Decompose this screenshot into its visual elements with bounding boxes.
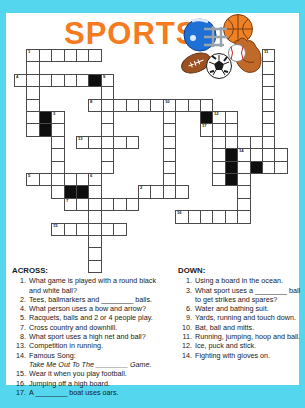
grid-cell[interactable] bbox=[101, 161, 114, 174]
clue-number: 1 bbox=[28, 50, 30, 54]
grid-cell[interactable] bbox=[39, 173, 52, 186]
clue-text: Competition in running. bbox=[29, 341, 162, 350]
across-clue-17: 17.A ________ boat uses oars. bbox=[12, 388, 162, 397]
down-clue-10: 10.Bat, ball and mitts. bbox=[178, 323, 302, 332]
grid-cell[interactable] bbox=[262, 61, 275, 74]
grid-cell[interactable] bbox=[26, 61, 39, 74]
grid-cell[interactable] bbox=[138, 99, 151, 112]
clue-text: What sport uses a high net and ball? bbox=[29, 332, 162, 341]
grid-cell[interactable] bbox=[76, 173, 89, 186]
down-clue-11: 11.Running, jumping, hoop and ball. bbox=[178, 332, 302, 341]
grid-cell[interactable] bbox=[250, 148, 263, 161]
across-clue-1: 1.What game is played with a round black… bbox=[12, 276, 162, 295]
black-cell bbox=[39, 111, 52, 124]
grid-cell[interactable] bbox=[262, 111, 275, 124]
grid-cell[interactable] bbox=[150, 185, 163, 198]
clue-text: Bat, ball and mitts. bbox=[195, 323, 302, 332]
grid-cell[interactable] bbox=[237, 198, 250, 211]
across-clue-16: 16.Jumping off a high board. bbox=[12, 379, 162, 388]
grid-cell[interactable] bbox=[51, 74, 64, 87]
grid-cell[interactable] bbox=[212, 136, 225, 149]
grid-cell[interactable] bbox=[26, 74, 39, 87]
clue-number: 8 bbox=[90, 100, 92, 104]
across-clue-14: 14.Famous Song: bbox=[12, 351, 162, 360]
grid-cell[interactable] bbox=[64, 49, 77, 62]
down-clue-1: 1.Using a board in the ocean. bbox=[178, 276, 302, 285]
grid-cell[interactable] bbox=[101, 148, 114, 161]
clue-number-label: 14. bbox=[178, 351, 195, 360]
clue-number: 7 bbox=[66, 199, 68, 203]
clue-text: Running, jumping, hoop and ball. bbox=[195, 332, 302, 341]
clue-number-label: 9. bbox=[178, 313, 195, 322]
grid-cell[interactable] bbox=[101, 99, 114, 112]
down-header: DOWN: bbox=[178, 266, 302, 275]
grid-cell[interactable] bbox=[225, 111, 238, 124]
grid-cell[interactable] bbox=[76, 198, 89, 211]
clue-number-label: 1. bbox=[178, 276, 195, 285]
clue-number-label: 12. bbox=[178, 341, 195, 350]
grid-cell[interactable] bbox=[101, 111, 114, 124]
grid-cell[interactable]: 1 bbox=[26, 49, 39, 62]
grid-cell[interactable] bbox=[126, 198, 139, 211]
grid-cell[interactable]: 10 bbox=[163, 99, 176, 112]
grid-cell[interactable]: 17 bbox=[200, 123, 213, 136]
grid-cell[interactable] bbox=[163, 161, 176, 174]
clue-number: 2 bbox=[140, 186, 142, 190]
clue-number-label: 15. bbox=[12, 369, 29, 378]
grid-cell[interactable] bbox=[64, 74, 77, 87]
clue-number-label: 14. bbox=[12, 351, 29, 360]
grid-cell[interactable] bbox=[26, 123, 39, 136]
clue-number: 4 bbox=[16, 75, 18, 79]
grid-cell[interactable] bbox=[126, 136, 139, 149]
grid-cell[interactable]: 16 bbox=[175, 210, 188, 223]
clue-number: 14 bbox=[239, 149, 244, 153]
grid-cell[interactable] bbox=[212, 210, 225, 223]
grid-cell[interactable]: 11 bbox=[262, 49, 275, 62]
clue-number-label: 16. bbox=[12, 379, 29, 388]
grid-cell[interactable] bbox=[200, 99, 213, 112]
down-clue-14: 14.Fighting with gloves on. bbox=[178, 351, 302, 360]
clue-number-label: 10. bbox=[178, 323, 195, 332]
clue-number-label: 4. bbox=[12, 304, 29, 313]
clue-text: Cross country and downhill. bbox=[29, 323, 162, 332]
cyan-frame: SPORTS bbox=[0, 0, 305, 408]
grid-cell[interactable] bbox=[88, 185, 101, 198]
grid-cell[interactable] bbox=[225, 123, 238, 136]
grid-cell[interactable] bbox=[225, 136, 238, 149]
across-clue-2: 2.Tees, ballmarkers and ________ balls. bbox=[12, 295, 162, 304]
grid-cell[interactable] bbox=[262, 148, 275, 161]
black-cell bbox=[250, 161, 263, 174]
grid-cell[interactable] bbox=[262, 74, 275, 87]
grid-cell[interactable] bbox=[101, 198, 114, 211]
clue-text: What sport uses a ________ ball to get s… bbox=[195, 286, 302, 305]
across-clues: ACROSS: 1.What game is played with a rou… bbox=[12, 266, 162, 397]
black-cell bbox=[88, 74, 101, 87]
black-cell bbox=[76, 185, 89, 198]
clue-number: 5 bbox=[28, 174, 30, 178]
clue-number-label: 8. bbox=[12, 332, 29, 341]
clue-number-label: 6. bbox=[178, 304, 195, 313]
grid-cell[interactable] bbox=[26, 99, 39, 112]
down-clue-6: 6.Water and bathing suit. bbox=[178, 304, 302, 313]
grid-cell[interactable] bbox=[237, 185, 250, 198]
clue-text: Tees, ballmarkers and ________ balls. bbox=[29, 295, 162, 304]
grid-cell[interactable] bbox=[212, 148, 225, 161]
grid-cell[interactable] bbox=[101, 86, 114, 99]
grid-cell[interactable] bbox=[26, 111, 39, 124]
across-clue-4: 4.What person uses a bow and arrow? bbox=[12, 304, 162, 313]
grid-cell[interactable] bbox=[51, 185, 64, 198]
down-clue-12: 12.Ice, puck and stick. bbox=[178, 341, 302, 350]
grid-cell[interactable] bbox=[88, 198, 101, 211]
grid-cell[interactable] bbox=[274, 148, 287, 161]
clue-number: 17 bbox=[202, 124, 207, 128]
grid-cell[interactable] bbox=[101, 136, 114, 149]
down-clue-3: 3.What sport uses a ________ ball to get… bbox=[178, 286, 302, 305]
clue-text: Wear it when you play football. bbox=[29, 369, 162, 378]
grid-cell[interactable]: 4 bbox=[14, 74, 27, 87]
clue-text: What game is played with a round black a… bbox=[29, 276, 162, 295]
grid-cell[interactable] bbox=[64, 173, 77, 186]
grid-cell[interactable] bbox=[51, 49, 64, 62]
grid-cell[interactable] bbox=[274, 161, 287, 174]
grid-cell[interactable] bbox=[64, 223, 77, 236]
clue-text: Racquets, balls and 2 or 4 people play. bbox=[29, 313, 162, 322]
grid-cell[interactable] bbox=[88, 247, 101, 260]
down-clue-list: 1.Using a board in the ocean.3.What spor… bbox=[178, 276, 302, 360]
clue-text: What person uses a bow and arrow? bbox=[29, 304, 162, 313]
grid-cell[interactable]: 14 bbox=[237, 148, 250, 161]
clue-number-label: 11. bbox=[178, 332, 195, 341]
grid-cell[interactable] bbox=[113, 136, 126, 149]
across-clue-15: 15.Wear it when you play football. bbox=[12, 369, 162, 378]
across-clue-list: 1.What game is played with a round black… bbox=[12, 276, 162, 397]
grid-cell[interactable] bbox=[237, 161, 250, 174]
grid-cell[interactable] bbox=[163, 123, 176, 136]
grid-cell[interactable] bbox=[212, 123, 225, 136]
grid-cell[interactable] bbox=[113, 198, 126, 211]
grid-cell[interactable]: 3 bbox=[51, 111, 64, 124]
clue-text: Ice, puck and stick. bbox=[195, 341, 302, 350]
grid-cell[interactable] bbox=[212, 161, 225, 174]
grid-cell[interactable] bbox=[76, 223, 89, 236]
grid-cell[interactable] bbox=[88, 210, 101, 223]
grid-cell[interactable] bbox=[163, 185, 176, 198]
across-clue-13: 13.Competition in running. bbox=[12, 341, 162, 350]
clue-number: 15 bbox=[53, 224, 58, 228]
grid-cell[interactable] bbox=[175, 99, 188, 112]
grid-cell[interactable] bbox=[51, 123, 64, 136]
clue-number: 12 bbox=[214, 112, 219, 116]
grid-cell[interactable]: 5 bbox=[26, 173, 39, 186]
grid-cell[interactable]: 9 bbox=[101, 74, 114, 87]
grid-cell[interactable] bbox=[39, 74, 52, 87]
sports-clipart bbox=[180, 12, 262, 80]
clue-number: 6 bbox=[90, 174, 92, 178]
grid-cell[interactable] bbox=[88, 235, 101, 248]
clue-number-label: 3. bbox=[178, 286, 195, 305]
grid-cell[interactable] bbox=[200, 210, 213, 223]
grid-cell[interactable] bbox=[237, 136, 250, 149]
grid-cell[interactable] bbox=[262, 123, 275, 136]
grid-cell[interactable] bbox=[51, 136, 64, 149]
grid-cell[interactable] bbox=[262, 136, 275, 149]
grid-cell[interactable] bbox=[188, 99, 201, 112]
clue-text: Jumping off a high board. bbox=[29, 379, 162, 388]
clue-text-line2: Take Me Out To The ________ Game. bbox=[12, 360, 162, 369]
grid-cell[interactable] bbox=[250, 136, 263, 149]
clue-number: 10 bbox=[165, 100, 170, 104]
grid-cell[interactable]: 8 bbox=[88, 99, 101, 112]
clue-number-label: 1. bbox=[12, 276, 29, 295]
across-clue-8: 8.What sport uses a high net and ball? bbox=[12, 332, 162, 341]
grid-cell[interactable] bbox=[101, 123, 114, 136]
clue-text: Water and bathing suit. bbox=[195, 304, 302, 313]
grid-cell[interactable] bbox=[262, 86, 275, 99]
black-cell bbox=[64, 185, 77, 198]
clue-text: Famous Song: bbox=[29, 351, 162, 360]
grid-cell[interactable] bbox=[237, 173, 250, 186]
grid-cell[interactable] bbox=[262, 99, 275, 112]
soccer-ball-icon bbox=[207, 54, 232, 79]
black-cell bbox=[225, 173, 238, 186]
grid-cell[interactable] bbox=[51, 161, 64, 174]
grid-cell[interactable] bbox=[126, 99, 139, 112]
grid-cell[interactable]: 15 bbox=[51, 223, 64, 236]
clue-text: A ________ boat uses oars. bbox=[29, 388, 162, 397]
clue-number: 16 bbox=[177, 211, 182, 215]
clue-number-label: 17. bbox=[12, 388, 29, 397]
black-cell bbox=[225, 161, 238, 174]
grid-cell[interactable] bbox=[262, 161, 275, 174]
page-title: SPORTS bbox=[64, 16, 197, 52]
grid-cell[interactable] bbox=[163, 136, 176, 149]
clue-number: 13 bbox=[78, 137, 83, 141]
baseball-icon bbox=[229, 45, 246, 62]
clue-text: Using a board in the ocean. bbox=[195, 276, 302, 285]
clue-number-label: 5. bbox=[12, 313, 29, 322]
clue-text: Fighting with gloves on. bbox=[195, 351, 302, 360]
black-cell bbox=[39, 123, 52, 136]
grid-cell[interactable] bbox=[26, 86, 39, 99]
grid-cell[interactable] bbox=[51, 148, 64, 161]
grid-cell[interactable] bbox=[88, 49, 101, 62]
clue-number-label: 13. bbox=[12, 341, 29, 350]
grid-cell[interactable]: 13 bbox=[76, 136, 89, 149]
black-cell bbox=[225, 148, 238, 161]
grid-cell[interactable] bbox=[163, 111, 176, 124]
down-clues: DOWN: 1.Using a board in the ocean.3.Wha… bbox=[178, 266, 302, 360]
across-header: ACROSS: bbox=[12, 266, 162, 275]
grid-cell[interactable]: 2 bbox=[138, 185, 151, 198]
grid-cell[interactable]: 12 bbox=[212, 111, 225, 124]
grid-cell[interactable] bbox=[150, 99, 163, 112]
grid-cell[interactable] bbox=[88, 136, 101, 149]
clue-number-label: 7. bbox=[12, 323, 29, 332]
grid-cell[interactable] bbox=[101, 223, 114, 236]
grid-cell[interactable] bbox=[163, 173, 176, 186]
basketball-icon bbox=[224, 15, 253, 44]
across-clue-5: 5.Racquets, balls and 2 or 4 people play… bbox=[12, 313, 162, 322]
grid-cell[interactable] bbox=[225, 210, 238, 223]
clue-text: Yards, running and touch down. bbox=[195, 313, 302, 322]
grid-cell[interactable] bbox=[163, 148, 176, 161]
grid-cell[interactable] bbox=[88, 223, 101, 236]
grid-cell[interactable]: 6 bbox=[88, 173, 101, 186]
grid-cell[interactable] bbox=[76, 49, 89, 62]
clue-number: 9 bbox=[103, 75, 105, 79]
black-cell bbox=[200, 111, 213, 124]
grid-cell[interactable] bbox=[51, 173, 64, 186]
grid-cell[interactable] bbox=[175, 185, 188, 198]
clue-number-label: 2. bbox=[12, 295, 29, 304]
grid-cell[interactable] bbox=[76, 74, 89, 87]
grid-cell[interactable] bbox=[39, 49, 52, 62]
grid-cell[interactable] bbox=[212, 173, 225, 186]
grid-cell[interactable] bbox=[188, 210, 201, 223]
grid-cell[interactable] bbox=[113, 99, 126, 112]
down-clue-9: 9.Yards, running and touch down. bbox=[178, 313, 302, 322]
grid-cell[interactable] bbox=[237, 210, 250, 223]
clue-number: 3 bbox=[53, 112, 55, 116]
football-helmet-icon bbox=[184, 19, 227, 51]
across-clue-7: 7.Cross country and downhill. bbox=[12, 323, 162, 332]
clue-number: 11 bbox=[264, 50, 268, 54]
grid-cell[interactable]: 7 bbox=[64, 198, 77, 211]
grid-cell[interactable] bbox=[113, 223, 126, 236]
